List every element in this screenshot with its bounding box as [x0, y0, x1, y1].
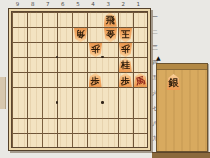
file-label-1: 1	[131, 0, 146, 8]
hoshi-dot	[101, 56, 103, 58]
piece-3-2[interactable]: 金	[104, 28, 117, 42]
file-label-8: 8	[25, 0, 40, 8]
piece-kanji: 飛	[106, 16, 115, 25]
piece-kanji: 金	[106, 29, 115, 38]
sente-komadai[interactable]: 銀	[156, 63, 208, 152]
rank-label-1: 一	[151, 10, 160, 25]
piece-2-3[interactable]: 歩	[119, 43, 132, 57]
piece-3-1[interactable]: 飛	[104, 13, 117, 27]
piece-kanji: 歩	[91, 44, 100, 53]
sente-turn-marker: ▲	[156, 54, 161, 62]
file-label-6: 6	[55, 0, 70, 8]
piece-4-3[interactable]: 歩	[89, 43, 102, 57]
hoshi-dot	[56, 56, 58, 58]
shogi-widget: 飛角金玉歩歩桂歩歩馬 987654321 一二三四五六七八九 ▲ 銀	[0, 0, 210, 158]
piece-kanji: 歩	[121, 44, 130, 53]
second-komadai-header-partial	[152, 152, 210, 158]
hand-piece-銀[interactable]: 銀	[167, 74, 180, 90]
rank-label-2: 二	[151, 25, 160, 40]
file-label-4: 4	[86, 0, 101, 8]
piece-kanji: 馬	[135, 76, 146, 87]
komadai-header-bar	[157, 64, 207, 70]
piece-kanji: 歩	[121, 77, 130, 86]
piece-2-5[interactable]: 歩	[119, 73, 132, 87]
piece-kanji: 角	[76, 29, 85, 38]
piece-kanji: 歩	[91, 77, 100, 86]
file-label-9: 9	[10, 0, 25, 8]
piece-4-5[interactable]: 歩	[89, 73, 102, 87]
piece-2-4[interactable]: 桂	[119, 58, 132, 72]
piece-1-5[interactable]: 馬	[134, 73, 147, 87]
piece-2-2[interactable]: 玉	[119, 28, 132, 42]
shogi-board: 飛角金玉歩歩桂歩歩馬	[8, 8, 151, 151]
piece-5-2[interactable]: 角	[74, 28, 87, 42]
gote-komadai-edge-partial	[0, 77, 6, 109]
file-label-3: 3	[101, 0, 116, 8]
file-label-7: 7	[40, 0, 55, 8]
piece-kanji: 玉	[121, 29, 130, 38]
file-label-5: 5	[70, 0, 85, 8]
hand-piece-kanji: 銀	[169, 78, 179, 88]
hoshi-dot	[56, 101, 58, 103]
file-label-2: 2	[116, 0, 131, 8]
board-grid[interactable]: 飛角金玉歩歩桂歩歩馬	[11, 11, 148, 148]
hoshi-dot	[101, 101, 103, 103]
piece-kanji: 桂	[121, 61, 130, 70]
